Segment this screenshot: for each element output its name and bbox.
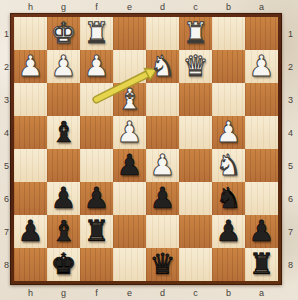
piece-white-queen[interactable]: ♛ [183, 50, 209, 83]
file-label-g: g [47, 286, 80, 300]
rank-label-2: 2 [283, 50, 298, 83]
square-b2[interactable] [212, 50, 245, 83]
piece-black-rook[interactable]: ♜ [249, 248, 275, 281]
rank-label-1: 1 [283, 17, 298, 50]
square-f1[interactable]: ♜ [80, 17, 113, 50]
piece-black-pawn[interactable]: ♟ [84, 182, 110, 215]
square-h5[interactable] [14, 149, 47, 182]
file-labels-bottom: hgfedcba [14, 286, 278, 300]
file-labels-top: hgfedcba [14, 0, 278, 13]
file-label-d: d [146, 286, 179, 300]
file-label-d: d [146, 0, 179, 13]
piece-black-pawn[interactable]: ♟ [216, 215, 242, 248]
square-g7[interactable]: ♝ [47, 215, 80, 248]
piece-black-pawn[interactable]: ♟ [18, 215, 44, 248]
square-f5[interactable] [80, 149, 113, 182]
square-d5[interactable]: ♟ [146, 149, 179, 182]
square-e2[interactable] [113, 50, 146, 83]
piece-white-bishop[interactable]: ♝ [117, 83, 143, 116]
square-c3[interactable] [179, 83, 212, 116]
square-c7[interactable] [179, 215, 212, 248]
piece-white-pawn[interactable]: ♟ [249, 50, 275, 83]
square-d6[interactable]: ♟ [146, 182, 179, 215]
piece-black-pawn[interactable]: ♟ [117, 149, 143, 182]
square-a8[interactable]: ♜ [245, 248, 278, 281]
piece-white-knight[interactable]: ♞ [150, 50, 176, 83]
square-h8[interactable] [14, 248, 47, 281]
piece-white-pawn[interactable]: ♟ [117, 116, 143, 149]
piece-white-knight[interactable]: ♞ [216, 149, 242, 182]
square-b1[interactable] [212, 17, 245, 50]
square-c8[interactable] [179, 248, 212, 281]
square-a4[interactable] [245, 116, 278, 149]
rank-label-5: 5 [283, 149, 298, 182]
square-a2[interactable]: ♟ [245, 50, 278, 83]
square-f7[interactable]: ♜ [80, 215, 113, 248]
file-label-g: g [47, 0, 80, 13]
square-e6[interactable] [113, 182, 146, 215]
square-h3[interactable] [14, 83, 47, 116]
square-h7[interactable]: ♟ [14, 215, 47, 248]
piece-black-queen[interactable]: ♛ [150, 248, 176, 281]
file-label-e: e [113, 286, 146, 300]
piece-white-pawn[interactable]: ♟ [216, 116, 242, 149]
square-e8[interactable] [113, 248, 146, 281]
square-g1[interactable]: ♚ [47, 17, 80, 50]
square-f6[interactable]: ♟ [80, 182, 113, 215]
piece-white-rook[interactable]: ♜ [183, 17, 209, 50]
square-b8[interactable] [212, 248, 245, 281]
file-label-c: c [179, 0, 212, 13]
square-d3[interactable] [146, 83, 179, 116]
piece-black-pawn[interactable]: ♟ [249, 215, 275, 248]
piece-black-king[interactable]: ♚ [51, 248, 77, 281]
piece-black-rook[interactable]: ♜ [84, 215, 110, 248]
square-f2[interactable]: ♟ [80, 50, 113, 83]
file-label-c: c [179, 286, 212, 300]
square-e5[interactable]: ♟ [113, 149, 146, 182]
file-label-h: h [14, 0, 47, 13]
file-label-f: f [80, 0, 113, 13]
square-e1[interactable] [113, 17, 146, 50]
square-a5[interactable] [245, 149, 278, 182]
square-e3[interactable]: ♝ [113, 83, 146, 116]
rank-label-4: 4 [283, 116, 298, 149]
square-g6[interactable]: ♟ [47, 182, 80, 215]
square-c6[interactable] [179, 182, 212, 215]
square-b3[interactable] [212, 83, 245, 116]
square-f8[interactable] [80, 248, 113, 281]
rank-labels-right: 12345678 [283, 17, 298, 281]
square-h6[interactable] [14, 182, 47, 215]
file-label-b: b [212, 286, 245, 300]
square-d2[interactable]: ♞ [146, 50, 179, 83]
file-label-a: a [245, 0, 278, 13]
rank-label-3: 3 [283, 83, 298, 116]
piece-white-rook[interactable]: ♜ [84, 17, 110, 50]
rank-label-6: 6 [283, 182, 298, 215]
square-h4[interactable] [14, 116, 47, 149]
piece-white-king[interactable]: ♚ [51, 17, 77, 50]
square-b7[interactable]: ♟ [212, 215, 245, 248]
square-d7[interactable] [146, 215, 179, 248]
square-a1[interactable] [245, 17, 278, 50]
file-label-b: b [212, 0, 245, 13]
square-c5[interactable] [179, 149, 212, 182]
square-g3[interactable] [47, 83, 80, 116]
square-d4[interactable] [146, 116, 179, 149]
rank-label-7: 7 [283, 215, 298, 248]
piece-white-pawn[interactable]: ♟ [51, 50, 77, 83]
square-h2[interactable]: ♟ [14, 50, 47, 83]
chess-board-scene: hgfedcba hgfedcba 12345678 12345678 ♚♜♜♟… [0, 0, 298, 300]
square-h1[interactable] [14, 17, 47, 50]
file-label-h: h [14, 286, 47, 300]
square-e7[interactable] [113, 215, 146, 248]
chess-board: ♚♜♜♟♟♟♞♛♟♝♝♟♟♟♟♞♟♟♟♞♟♝♜♟♟♚♛♜ [14, 17, 278, 281]
square-c4[interactable] [179, 116, 212, 149]
square-a3[interactable] [245, 83, 278, 116]
square-f3[interactable] [80, 83, 113, 116]
square-d8[interactable]: ♛ [146, 248, 179, 281]
piece-white-pawn[interactable]: ♟ [18, 50, 44, 83]
piece-black-bishop[interactable]: ♝ [51, 116, 77, 149]
file-label-e: e [113, 0, 146, 13]
square-b5[interactable]: ♞ [212, 149, 245, 182]
piece-black-knight[interactable]: ♞ [216, 182, 242, 215]
square-e4[interactable]: ♟ [113, 116, 146, 149]
file-label-f: f [80, 286, 113, 300]
piece-white-pawn[interactable]: ♟ [84, 50, 110, 83]
square-c1[interactable]: ♜ [179, 17, 212, 50]
square-b6[interactable]: ♞ [212, 182, 245, 215]
square-g8[interactable]: ♚ [47, 248, 80, 281]
square-d1[interactable] [146, 17, 179, 50]
piece-black-pawn[interactable]: ♟ [51, 182, 77, 215]
square-f4[interactable] [80, 116, 113, 149]
piece-black-pawn[interactable]: ♟ [150, 182, 176, 215]
square-a7[interactable]: ♟ [245, 215, 278, 248]
square-a6[interactable] [245, 182, 278, 215]
rank-label-8: 8 [283, 248, 298, 281]
square-g4[interactable]: ♝ [47, 116, 80, 149]
piece-white-pawn[interactable]: ♟ [150, 149, 176, 182]
piece-black-bishop[interactable]: ♝ [51, 215, 77, 248]
square-g2[interactable]: ♟ [47, 50, 80, 83]
file-label-a: a [245, 286, 278, 300]
square-g5[interactable] [47, 149, 80, 182]
square-b4[interactable]: ♟ [212, 116, 245, 149]
square-c2[interactable]: ♛ [179, 50, 212, 83]
